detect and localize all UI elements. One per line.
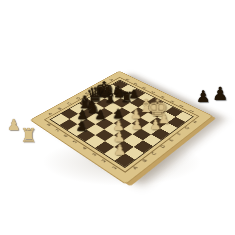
coord-label: F bbox=[177, 132, 183, 136]
black-rook[interactable]: ♜ bbox=[119, 91, 131, 105]
coord-label: 3 bbox=[91, 153, 97, 157]
coord-label: 6 bbox=[142, 87, 147, 90]
coord-label: 7 bbox=[54, 129, 60, 133]
captured-black-pawn[interactable]: ♟ bbox=[212, 85, 228, 103]
captured-black-pawn[interactable]: ♟ bbox=[196, 89, 210, 105]
coord-label: 5 bbox=[151, 91, 156, 94]
coord-label: 1 bbox=[111, 166, 118, 171]
coord-label: 4 bbox=[81, 146, 87, 150]
coord-label: C bbox=[151, 151, 158, 155]
product-photo-canvas: ABCDEFGH ABCDEFGH 87654321 87654321 ♝♛♚♟… bbox=[0, 0, 235, 235]
coord-label: 3 bbox=[169, 100, 175, 103]
coord-label: G bbox=[184, 126, 191, 130]
coord-label: 5 bbox=[72, 140, 78, 144]
coord-label: C bbox=[66, 102, 72, 105]
coord-label: D bbox=[160, 145, 167, 149]
coord-label: 6 bbox=[63, 134, 69, 138]
white-pawn[interactable]: ♟ bbox=[149, 118, 162, 132]
captured-black-pieces: ♟♟ bbox=[195, 82, 233, 120]
coord-label: 2 bbox=[179, 105, 185, 108]
captured-white-rook[interactable]: ♜ bbox=[20, 126, 37, 145]
coord-label: B bbox=[141, 158, 148, 163]
coord-label: 7 bbox=[133, 82, 138, 85]
white-pawn[interactable]: ♟ bbox=[130, 118, 143, 132]
white-pawn[interactable]: ♟ bbox=[112, 142, 126, 157]
black-pawn[interactable]: ♟ bbox=[75, 119, 88, 133]
captured-white-pieces: ♟♜ bbox=[5, 114, 45, 164]
coord-label: A bbox=[132, 166, 139, 171]
coord-label: A bbox=[47, 112, 53, 115]
black-pawn[interactable]: ♟ bbox=[94, 108, 107, 121]
coord-label: 2 bbox=[101, 159, 108, 163]
coord-label: E bbox=[168, 138, 174, 142]
coord-label: 8 bbox=[125, 78, 130, 81]
captured-white-pawn[interactable]: ♟ bbox=[7, 118, 20, 133]
coord-label: B bbox=[57, 107, 63, 110]
coord-label: H bbox=[192, 120, 198, 124]
coord-label: 8 bbox=[46, 123, 52, 127]
